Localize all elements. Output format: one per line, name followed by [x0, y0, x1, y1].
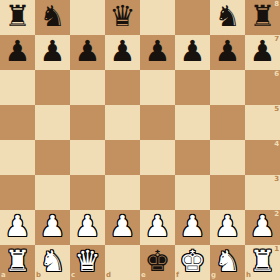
piece-black-pawn[interactable]: ♟ [110, 34, 136, 69]
rank-label-3: 3 [274, 176, 279, 183]
piece-black-rook[interactable]: ♜ [250, 0, 276, 34]
square-a3[interactable] [0, 175, 35, 210]
piece-white-pawn[interactable]: ♟ [75, 209, 101, 244]
piece-white-rook[interactable]: ♜ [5, 244, 31, 279]
piece-black-pawn[interactable]: ♟ [215, 34, 241, 69]
square-a1[interactable]: ♜a [0, 245, 35, 280]
square-h2[interactable]: ♟2 [245, 210, 280, 245]
square-a5[interactable] [0, 105, 35, 140]
square-b2[interactable]: ♟ [35, 210, 70, 245]
square-g8[interactable]: ♞ [210, 0, 245, 35]
square-c3[interactable] [70, 175, 105, 210]
square-a4[interactable] [0, 140, 35, 175]
square-a2[interactable]: ♟ [0, 210, 35, 245]
piece-black-pawn[interactable]: ♟ [145, 34, 171, 69]
square-g7[interactable]: ♟ [210, 35, 245, 70]
square-b3[interactable] [35, 175, 70, 210]
square-d7[interactable]: ♟ [105, 35, 140, 70]
piece-white-pawn[interactable]: ♟ [180, 209, 206, 244]
square-c4[interactable] [70, 140, 105, 175]
square-e3[interactable] [140, 175, 175, 210]
square-f8[interactable] [175, 0, 210, 35]
square-f1[interactable]: ♚f [175, 245, 210, 280]
piece-black-pawn[interactable]: ♟ [250, 34, 276, 69]
file-label-d: d [106, 272, 111, 279]
square-f2[interactable]: ♟ [175, 210, 210, 245]
square-d4[interactable] [105, 140, 140, 175]
piece-white-knight[interactable]: ♞ [40, 244, 66, 279]
square-e1[interactable]: ♚e [140, 245, 175, 280]
square-e8[interactable] [140, 0, 175, 35]
piece-white-pawn[interactable]: ♟ [40, 209, 66, 244]
rank-label-4: 4 [274, 141, 279, 148]
square-e2[interactable]: ♟ [140, 210, 175, 245]
square-b7[interactable]: ♟ [35, 35, 70, 70]
piece-white-knight[interactable]: ♞ [215, 244, 241, 279]
piece-black-pawn[interactable]: ♟ [40, 34, 66, 69]
square-d2[interactable]: ♟ [105, 210, 140, 245]
square-f5[interactable] [175, 105, 210, 140]
piece-black-queen[interactable]: ♛ [110, 0, 136, 34]
square-g2[interactable]: ♟ [210, 210, 245, 245]
square-g3[interactable] [210, 175, 245, 210]
square-f7[interactable]: ♟ [175, 35, 210, 70]
square-b4[interactable] [35, 140, 70, 175]
square-c6[interactable] [70, 70, 105, 105]
piece-white-pawn[interactable]: ♟ [5, 209, 31, 244]
square-h8[interactable]: ♜8 [245, 0, 280, 35]
piece-white-pawn[interactable]: ♟ [250, 209, 276, 244]
rank-label-5: 5 [274, 106, 279, 113]
square-b1[interactable]: ♞b [35, 245, 70, 280]
square-e7[interactable]: ♟ [140, 35, 175, 70]
square-d8[interactable]: ♛ [105, 0, 140, 35]
piece-black-knight[interactable]: ♞ [40, 0, 66, 34]
piece-black-pawn[interactable]: ♟ [180, 34, 206, 69]
square-a6[interactable] [0, 70, 35, 105]
piece-black-rook[interactable]: ♜ [5, 0, 31, 34]
square-d1[interactable]: d [105, 245, 140, 280]
square-a8[interactable]: ♜ [0, 0, 35, 35]
square-h4[interactable]: 4 [245, 140, 280, 175]
piece-white-queen[interactable]: ♛ [75, 244, 101, 279]
square-b6[interactable] [35, 70, 70, 105]
square-g5[interactable] [210, 105, 245, 140]
square-g6[interactable] [210, 70, 245, 105]
square-h7[interactable]: ♟7 [245, 35, 280, 70]
piece-white-rook[interactable]: ♜ [250, 244, 276, 279]
square-e6[interactable] [140, 70, 175, 105]
piece-white-pawn[interactable]: ♟ [145, 209, 171, 244]
square-h5[interactable]: 5 [245, 105, 280, 140]
piece-white-pawn[interactable]: ♟ [110, 209, 136, 244]
square-e5[interactable] [140, 105, 175, 140]
piece-black-pawn[interactable]: ♟ [75, 34, 101, 69]
square-c1[interactable]: ♛c [70, 245, 105, 280]
square-h6[interactable]: 6 [245, 70, 280, 105]
square-g1[interactable]: ♞g [210, 245, 245, 280]
square-b5[interactable] [35, 105, 70, 140]
square-c2[interactable]: ♟ [70, 210, 105, 245]
piece-white-pawn[interactable]: ♟ [215, 209, 241, 244]
square-g4[interactable] [210, 140, 245, 175]
square-d3[interactable] [105, 175, 140, 210]
square-f6[interactable] [175, 70, 210, 105]
square-a7[interactable]: ♟ [0, 35, 35, 70]
rank-label-6: 6 [274, 71, 279, 78]
square-h3[interactable]: 3 [245, 175, 280, 210]
square-c8[interactable] [70, 0, 105, 35]
square-c7[interactable]: ♟ [70, 35, 105, 70]
piece-black-knight[interactable]: ♞ [215, 0, 241, 34]
square-e4[interactable] [140, 140, 175, 175]
piece-white-king[interactable]: ♚ [180, 244, 206, 279]
chessboard: ♜♞♛♞♜8♟♟♟♟♟♟♟♟76543♟♟♟♟♟♟♟♟2♜a♞b♛cd♚e♚f♞… [0, 0, 280, 280]
square-d6[interactable] [105, 70, 140, 105]
square-f4[interactable] [175, 140, 210, 175]
square-f3[interactable] [175, 175, 210, 210]
piece-black-king[interactable]: ♚ [145, 244, 171, 279]
square-d5[interactable] [105, 105, 140, 140]
square-b8[interactable]: ♞ [35, 0, 70, 35]
square-c5[interactable] [70, 105, 105, 140]
square-h1[interactable]: ♜h1 [245, 245, 280, 280]
piece-black-pawn[interactable]: ♟ [5, 34, 31, 69]
